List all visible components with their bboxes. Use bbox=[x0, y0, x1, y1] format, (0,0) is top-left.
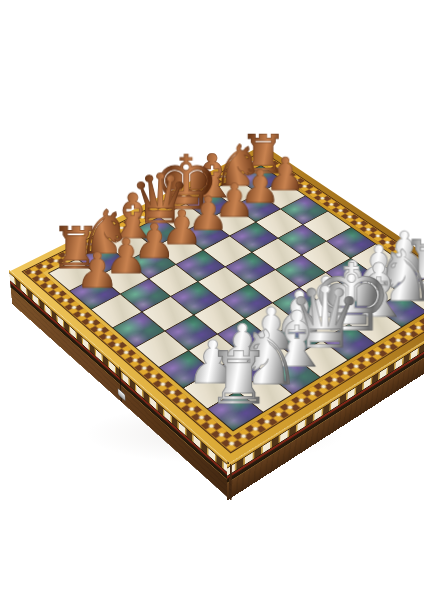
scene: ♜♞♝♛♚♝♞♜♟♟♟♟♟♟♟♟♟♟♟♟♟♟♟♟♜♞♝♛♚♝♞♜ bbox=[0, 0, 424, 600]
square-d5[interactable] bbox=[199, 267, 248, 299]
photo-stage: ♜♞♝♛♚♝♞♜♟♟♟♟♟♟♟♟♟♟♟♟♟♟♟♟♜♞♝♛♚♝♞♜ bbox=[0, 0, 424, 600]
piece-silver-rook-a1[interactable]: ♜ bbox=[188, 342, 289, 414]
chess-box: ♜♞♝♛♚♝♞♜♟♟♟♟♟♟♟♟♟♟♟♟♟♟♟♟♜♞♝♛♚♝♞♜ bbox=[10, 145, 424, 463]
piece-copper-pawn-a7[interactable]: ♟ bbox=[51, 246, 144, 295]
board-frame: ♜♞♝♛♚♝♞♜♟♟♟♟♟♟♟♟♟♟♟♟♟♟♟♟♜♞♝♛♚♝♞♜ bbox=[10, 145, 424, 463]
square-a1[interactable]: ♜ bbox=[208, 392, 262, 431]
